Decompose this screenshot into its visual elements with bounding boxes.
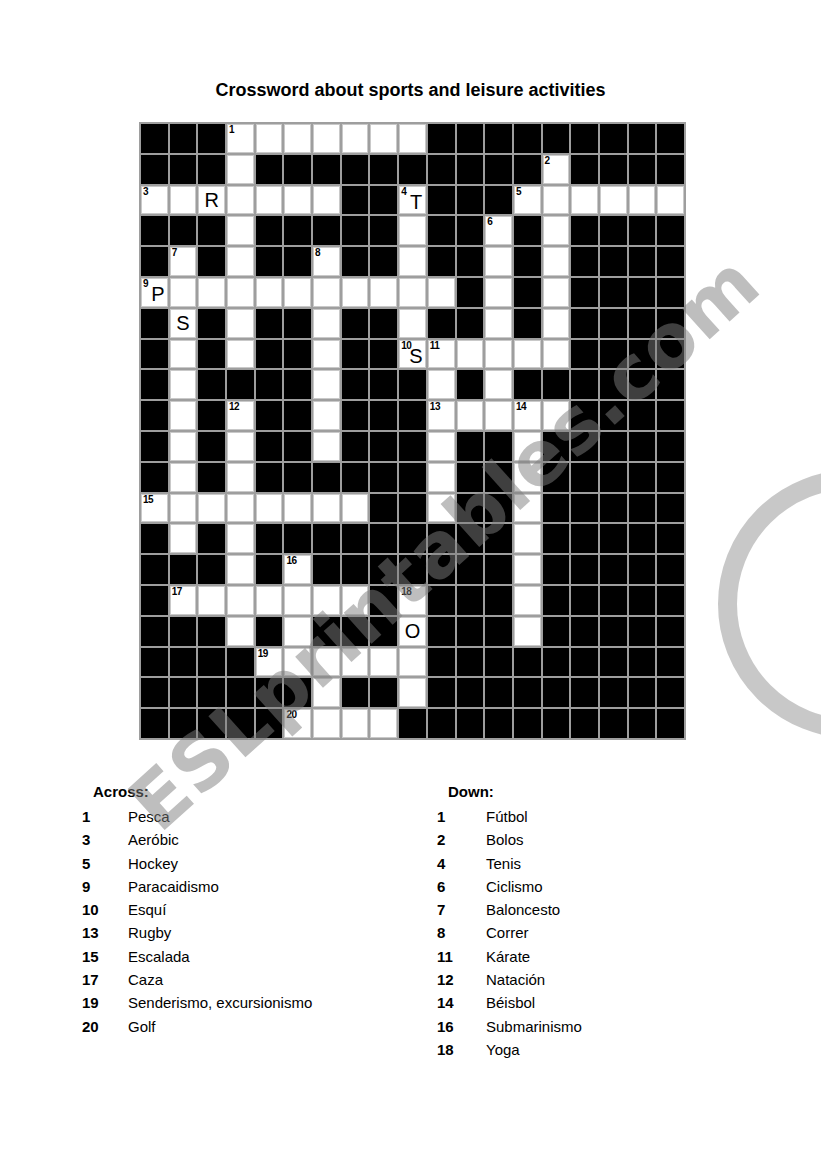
clue-text: Hockey — [128, 855, 178, 872]
black-cell — [399, 709, 426, 738]
grid-cell — [313, 370, 340, 399]
across-header: Across: — [82, 783, 412, 805]
grid-cell — [284, 494, 311, 523]
black-cell — [428, 309, 455, 338]
grid-cell — [198, 494, 225, 523]
black-cell — [571, 124, 598, 153]
clue-text: Caza — [128, 971, 163, 988]
grid-cell — [485, 247, 512, 276]
clue-row: 4Tenis — [437, 852, 767, 875]
black-cell — [198, 247, 225, 276]
black-cell — [198, 524, 225, 553]
black-cell — [514, 155, 541, 184]
black-cell — [342, 555, 369, 584]
clue-number: 17 — [82, 968, 128, 991]
grid-cell — [485, 309, 512, 338]
grid-cell — [170, 401, 197, 430]
grid-cell — [428, 432, 455, 461]
grid-cell — [514, 432, 541, 461]
black-cell — [629, 555, 656, 584]
clue-row: 20Golf — [82, 1015, 412, 1038]
black-cell — [571, 247, 598, 276]
black-cell — [256, 555, 283, 584]
black-cell — [457, 278, 484, 307]
black-cell — [600, 370, 627, 399]
black-cell — [600, 309, 627, 338]
black-cell — [629, 524, 656, 553]
clue-text: Esquí — [128, 901, 166, 918]
grid-cell — [256, 124, 283, 153]
black-cell — [629, 309, 656, 338]
black-cell — [141, 370, 168, 399]
clue-row: 11Kárate — [437, 945, 767, 968]
black-cell — [428, 648, 455, 677]
black-cell — [629, 401, 656, 430]
black-cell — [543, 648, 570, 677]
grid-cell — [170, 370, 197, 399]
black-cell — [399, 555, 426, 584]
black-cell — [629, 617, 656, 646]
black-cell — [428, 617, 455, 646]
cell-number: 14 — [516, 402, 526, 412]
black-cell — [457, 370, 484, 399]
black-cell — [284, 247, 311, 276]
black-cell — [370, 463, 397, 492]
clue-text: Golf — [128, 1018, 156, 1035]
black-cell — [428, 555, 455, 584]
black-cell — [313, 555, 340, 584]
black-cell — [370, 555, 397, 584]
black-cell — [370, 524, 397, 553]
clue-number: 1 — [437, 805, 486, 828]
black-cell — [141, 617, 168, 646]
black-cell — [543, 494, 570, 523]
black-cell — [313, 216, 340, 245]
black-cell — [141, 586, 168, 615]
black-cell — [485, 124, 512, 153]
black-cell — [571, 648, 598, 677]
black-cell — [457, 555, 484, 584]
black-cell — [543, 370, 570, 399]
cell-number: 8 — [315, 248, 320, 258]
black-cell — [313, 155, 340, 184]
black-cell — [428, 186, 455, 215]
black-cell — [399, 370, 426, 399]
clue-row: 16Submarinismo — [437, 1015, 767, 1038]
clue-text: Escalada — [128, 948, 190, 965]
clue-text: Baloncesto — [486, 901, 560, 918]
grid-cell — [342, 124, 369, 153]
black-cell — [198, 432, 225, 461]
clue-number: 10 — [82, 898, 128, 921]
black-cell — [141, 709, 168, 738]
clue-text: Paracaidismo — [128, 878, 219, 895]
grid-cell: 16 — [284, 555, 311, 584]
grid-cell — [313, 186, 340, 215]
black-cell — [198, 124, 225, 153]
black-cell — [313, 617, 340, 646]
black-cell — [485, 432, 512, 461]
black-cell — [141, 216, 168, 245]
grid-cell — [543, 340, 570, 369]
black-cell — [313, 524, 340, 553]
grid-cell — [170, 278, 197, 307]
clue-number: 3 — [82, 828, 128, 851]
clue-number: 18 — [437, 1038, 486, 1061]
black-cell — [370, 186, 397, 215]
black-cell — [370, 401, 397, 430]
grid-cell — [428, 278, 455, 307]
black-cell — [657, 432, 684, 461]
grid-cell — [571, 186, 598, 215]
clue-text: Submarinismo — [486, 1018, 582, 1035]
grid-cell — [227, 617, 254, 646]
black-cell — [485, 524, 512, 553]
grid-cell — [342, 494, 369, 523]
black-cell — [198, 370, 225, 399]
black-cell — [170, 648, 197, 677]
grid-cell — [342, 709, 369, 738]
black-cell — [571, 432, 598, 461]
black-cell — [485, 648, 512, 677]
black-cell — [284, 524, 311, 553]
black-cell — [342, 309, 369, 338]
black-cell — [657, 586, 684, 615]
black-cell — [657, 648, 684, 677]
grid-cell — [284, 278, 311, 307]
clue-text: Natación — [486, 971, 545, 988]
black-cell — [284, 155, 311, 184]
black-cell — [457, 155, 484, 184]
clue-number: 8 — [437, 921, 486, 944]
grid-cell — [170, 432, 197, 461]
black-cell — [457, 709, 484, 738]
black-cell — [170, 555, 197, 584]
clue-row: 5Hockey — [82, 852, 412, 875]
black-cell — [198, 401, 225, 430]
black-cell — [543, 432, 570, 461]
grid-cell — [284, 124, 311, 153]
black-cell — [284, 370, 311, 399]
black-cell — [457, 216, 484, 245]
cell-number: 16 — [286, 556, 296, 566]
grid-cell — [399, 247, 426, 276]
black-cell — [514, 648, 541, 677]
black-cell — [571, 555, 598, 584]
black-cell — [370, 216, 397, 245]
black-cell — [170, 709, 197, 738]
black-cell — [342, 524, 369, 553]
black-cell — [198, 309, 225, 338]
black-cell — [629, 586, 656, 615]
black-cell — [457, 124, 484, 153]
black-cell — [600, 463, 627, 492]
grid-cell — [284, 617, 311, 646]
clue-number: 1 — [82, 805, 128, 828]
grid-cell: 2 — [543, 155, 570, 184]
black-cell — [457, 648, 484, 677]
grid-cell: 19 — [256, 648, 283, 677]
black-cell — [141, 340, 168, 369]
black-cell — [399, 524, 426, 553]
grid-cell: 6 — [485, 216, 512, 245]
black-cell — [284, 216, 311, 245]
black-cell — [342, 155, 369, 184]
black-cell — [428, 155, 455, 184]
black-cell — [428, 247, 455, 276]
black-cell — [256, 617, 283, 646]
grid-cell: 8 — [313, 247, 340, 276]
black-cell — [657, 678, 684, 707]
grid-cell — [485, 340, 512, 369]
clue-number: 9 — [82, 875, 128, 898]
black-cell — [600, 494, 627, 523]
clue-row: 18Yoga — [437, 1038, 767, 1061]
black-cell — [370, 247, 397, 276]
grid-cell — [170, 340, 197, 369]
black-cell — [256, 432, 283, 461]
black-cell — [657, 340, 684, 369]
clue-row: 15Escalada — [82, 945, 412, 968]
black-cell — [141, 524, 168, 553]
grid-cell — [428, 494, 455, 523]
cell-number: 17 — [172, 587, 182, 597]
grid-cell — [428, 463, 455, 492]
black-cell — [600, 124, 627, 153]
clue-text: Béisbol — [486, 994, 535, 1011]
black-cell — [571, 340, 598, 369]
black-cell — [342, 401, 369, 430]
black-cell — [457, 309, 484, 338]
black-cell — [141, 309, 168, 338]
black-cell — [284, 401, 311, 430]
grid-cell — [227, 524, 254, 553]
black-cell — [284, 463, 311, 492]
black-cell — [198, 617, 225, 646]
grid-cell — [399, 648, 426, 677]
grid-cell — [227, 278, 254, 307]
grid-cell — [514, 524, 541, 553]
black-cell — [485, 586, 512, 615]
grid-cell — [170, 186, 197, 215]
grid-cell — [485, 401, 512, 430]
grid-cell: 18 — [399, 586, 426, 615]
grid-cell: 1 — [227, 124, 254, 153]
clue-row: 1Fútbol — [437, 805, 767, 828]
grid-cell — [514, 340, 541, 369]
black-cell — [485, 463, 512, 492]
black-cell — [457, 186, 484, 215]
black-cell — [256, 247, 283, 276]
grid-cell — [342, 278, 369, 307]
black-cell — [428, 709, 455, 738]
black-cell — [141, 247, 168, 276]
grid-cell — [313, 586, 340, 615]
clue-row: 6Ciclismo — [437, 875, 767, 898]
grid-cell — [256, 586, 283, 615]
black-cell — [141, 555, 168, 584]
black-cell — [657, 463, 684, 492]
grid-cell — [227, 586, 254, 615]
black-cell — [657, 524, 684, 553]
black-cell — [629, 463, 656, 492]
grid-cell — [284, 648, 311, 677]
black-cell — [141, 678, 168, 707]
grid-cell — [198, 586, 225, 615]
black-cell — [657, 155, 684, 184]
black-cell — [543, 524, 570, 553]
black-cell — [399, 401, 426, 430]
grid-cell: 9P — [141, 278, 168, 307]
black-cell — [428, 678, 455, 707]
grid-cell — [399, 124, 426, 153]
clue-number: 7 — [437, 898, 486, 921]
grid-cell — [370, 278, 397, 307]
cell-letter: T — [399, 192, 426, 212]
cell-number: 19 — [258, 649, 268, 659]
black-cell — [198, 648, 225, 677]
black-cell — [227, 370, 254, 399]
black-cell — [428, 524, 455, 553]
black-cell — [141, 401, 168, 430]
black-cell — [457, 432, 484, 461]
grid-cell: S — [170, 309, 197, 338]
black-cell — [514, 216, 541, 245]
clue-number: 4 — [437, 852, 486, 875]
black-cell — [657, 247, 684, 276]
black-cell — [600, 555, 627, 584]
black-cell — [571, 709, 598, 738]
black-cell — [657, 709, 684, 738]
cell-number: 7 — [172, 248, 177, 258]
black-cell — [485, 494, 512, 523]
page-title: Crossword about sports and leisure activ… — [0, 80, 821, 101]
black-cell — [370, 617, 397, 646]
black-cell — [342, 247, 369, 276]
black-cell — [284, 309, 311, 338]
black-cell — [571, 309, 598, 338]
black-cell — [198, 155, 225, 184]
grid-cell — [313, 678, 340, 707]
clue-number: 15 — [82, 945, 128, 968]
black-cell — [571, 155, 598, 184]
grid-cell — [399, 216, 426, 245]
grid-cell — [370, 709, 397, 738]
black-cell — [342, 463, 369, 492]
grid-cell: R — [198, 186, 225, 215]
black-cell — [256, 678, 283, 707]
black-cell — [600, 247, 627, 276]
grid-cell: 3 — [141, 186, 168, 215]
cell-number: 20 — [286, 710, 296, 720]
grid-cell — [227, 247, 254, 276]
grid-cell — [227, 340, 254, 369]
black-cell — [198, 340, 225, 369]
down-clue-list: 1Fútbol2Bolos4Tenis6Ciclismo7Baloncesto8… — [437, 805, 767, 1061]
black-cell — [600, 648, 627, 677]
black-cell — [457, 247, 484, 276]
grid-cell: 12 — [227, 401, 254, 430]
grid-cell — [313, 309, 340, 338]
clue-number: 19 — [82, 991, 128, 1014]
cell-number: 15 — [143, 495, 153, 505]
black-cell — [629, 247, 656, 276]
grid-cell: 20 — [284, 709, 311, 738]
black-cell — [428, 124, 455, 153]
clue-row: 12Natación — [437, 968, 767, 991]
clue-row: 10Esquí — [82, 898, 412, 921]
black-cell — [657, 401, 684, 430]
black-cell — [370, 586, 397, 615]
black-cell — [629, 155, 656, 184]
grid-cell: O — [399, 617, 426, 646]
grid-cell — [256, 186, 283, 215]
black-cell — [543, 617, 570, 646]
cell-number: 1 — [229, 125, 234, 135]
black-cell — [600, 278, 627, 307]
grid-cell: 11 — [428, 340, 455, 369]
black-cell — [543, 709, 570, 738]
black-cell — [629, 124, 656, 153]
grid-cell: 13 — [428, 401, 455, 430]
grid-cell — [227, 216, 254, 245]
grid-cell — [485, 278, 512, 307]
grid-cell — [399, 678, 426, 707]
black-cell — [227, 678, 254, 707]
clue-number: 20 — [82, 1015, 128, 1038]
clue-text: Bolos — [486, 831, 524, 848]
black-cell — [514, 678, 541, 707]
black-cell — [485, 678, 512, 707]
clue-text: Ciclismo — [486, 878, 543, 895]
clue-number: 13 — [82, 921, 128, 944]
clue-text: Tenis — [486, 855, 521, 872]
black-cell — [256, 401, 283, 430]
black-cell — [629, 709, 656, 738]
clue-row: 13Rugby — [82, 921, 412, 944]
grid-cell — [313, 340, 340, 369]
black-cell — [657, 309, 684, 338]
black-cell — [657, 216, 684, 245]
black-cell — [600, 155, 627, 184]
black-cell — [514, 370, 541, 399]
grid-cell — [370, 648, 397, 677]
grid-cell — [428, 370, 455, 399]
grid-cell — [284, 186, 311, 215]
grid-cell — [313, 648, 340, 677]
black-cell — [428, 586, 455, 615]
grid-cell — [629, 186, 656, 215]
black-cell — [543, 463, 570, 492]
grid-cell — [313, 401, 340, 430]
black-cell — [256, 370, 283, 399]
clue-text: Aeróbic — [128, 831, 179, 848]
black-cell — [284, 340, 311, 369]
black-cell — [600, 524, 627, 553]
across-clues: Across: 1Pesca3Aeróbic5Hockey9Paracaidis… — [82, 783, 412, 1038]
cell-letter: P — [141, 284, 168, 304]
grid-cell — [399, 278, 426, 307]
cell-number: 5 — [516, 187, 521, 197]
black-cell — [284, 432, 311, 461]
clue-row: 17Caza — [82, 968, 412, 991]
black-cell — [170, 155, 197, 184]
black-cell — [370, 494, 397, 523]
clue-text: Senderismo, excursionismo — [128, 994, 312, 1011]
grid-cell — [657, 186, 684, 215]
black-cell — [657, 617, 684, 646]
black-cell — [428, 216, 455, 245]
